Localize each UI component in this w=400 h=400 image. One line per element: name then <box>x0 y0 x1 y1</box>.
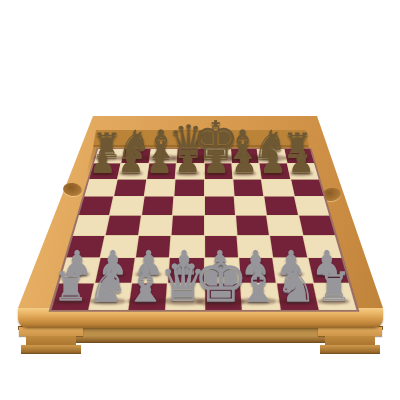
chess-set-photo: ♜♞♝♛♚♝♞♜♟♟♟♟♟♟♟♟♟♟♟♟♟♟♟♟♜♞♝♛♚♝♞♜ <box>0 0 400 400</box>
square-d4[interactable] <box>172 215 204 235</box>
piece-shadow <box>233 171 257 176</box>
piece-black-pawn-g7[interactable]: ♟ <box>260 148 286 178</box>
square-h4[interactable] <box>299 215 335 235</box>
board-foot-right <box>318 327 382 354</box>
piece-black-pawn-b7[interactable]: ♟ <box>118 148 144 178</box>
square-f5[interactable] <box>235 197 267 215</box>
foot-step-top <box>318 327 382 336</box>
piece-shadow <box>55 298 87 304</box>
foot-step-bottom <box>320 345 380 354</box>
square-e5[interactable] <box>204 197 234 215</box>
square-b6[interactable] <box>114 179 145 196</box>
square-c4[interactable] <box>139 215 172 235</box>
square-d6[interactable] <box>174 179 203 196</box>
foot-step-mid <box>325 336 375 345</box>
square-c6[interactable] <box>144 179 174 196</box>
piece-shadow <box>148 171 172 176</box>
piece-shadow <box>318 298 350 304</box>
board-base <box>58 327 344 343</box>
piece-shadow <box>204 171 228 176</box>
piece-white-rook-a1[interactable]: ♜ <box>53 267 88 307</box>
piece-white-knight-g1[interactable]: ♞ <box>275 262 316 308</box>
piece-shadow <box>289 171 313 176</box>
square-d5[interactable] <box>173 197 203 215</box>
square-b4[interactable] <box>106 215 141 235</box>
piece-black-pawn-f7[interactable]: ♟ <box>231 148 257 178</box>
foot-step-mid <box>26 336 76 345</box>
piece-white-knight-b1[interactable]: ♞ <box>87 262 128 308</box>
square-a5[interactable] <box>79 197 113 215</box>
piece-black-pawn-h7[interactable]: ♟ <box>288 148 314 178</box>
piece-shadow <box>261 171 285 176</box>
square-g6[interactable] <box>262 179 293 196</box>
board-foot-left <box>19 327 83 354</box>
piece-shadow <box>90 298 127 305</box>
square-f6[interactable] <box>233 179 263 196</box>
square-e4[interactable] <box>205 215 237 235</box>
piece-shadow <box>176 171 200 176</box>
piece-black-pawn-c7[interactable]: ♟ <box>146 148 172 178</box>
piece-black-pawn-a7[interactable]: ♟ <box>89 148 115 178</box>
foot-step-bottom <box>21 345 81 354</box>
piece-shadow <box>127 298 164 305</box>
piece-shadow <box>240 298 277 305</box>
square-g5[interactable] <box>265 197 298 215</box>
square-a6[interactable] <box>84 179 117 196</box>
piece-shadow <box>278 298 315 305</box>
square-h6[interactable] <box>291 179 324 196</box>
piece-white-bishop-f1[interactable]: ♝ <box>238 262 279 308</box>
piece-black-pawn-d7[interactable]: ♟ <box>175 148 201 178</box>
square-e6[interactable] <box>204 179 233 196</box>
piece-shadow <box>91 171 115 176</box>
square-g4[interactable] <box>267 215 302 235</box>
square-f4[interactable] <box>236 215 269 235</box>
piece-white-rook-h1[interactable]: ♜ <box>316 267 351 307</box>
foot-step-top <box>19 327 83 336</box>
square-b5[interactable] <box>110 197 143 215</box>
square-h5[interactable] <box>295 197 329 215</box>
piece-shadow <box>119 171 143 176</box>
square-a4[interactable] <box>73 215 109 235</box>
piece-black-pawn-e7[interactable]: ♟ <box>203 148 229 178</box>
square-c5[interactable] <box>142 197 174 215</box>
